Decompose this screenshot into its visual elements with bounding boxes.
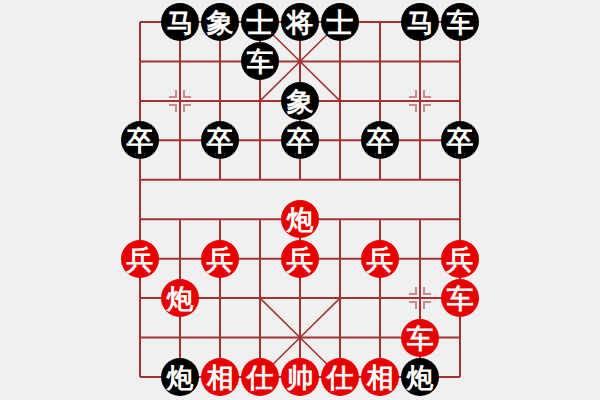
piece-black-soldier[interactable]: 卒 [441, 121, 479, 159]
xiangqi-board: 马象士将士马车车象卒卒卒卒卒炮兵兵兵兵兵炮车车炮相仕帅仕相炮 [0, 0, 600, 400]
piece-black-soldier[interactable]: 卒 [361, 121, 399, 159]
piece-red-soldier[interactable]: 兵 [441, 240, 479, 278]
point-marker [424, 302, 431, 309]
piece-black-soldier[interactable]: 卒 [281, 121, 319, 159]
point-marker [409, 302, 416, 309]
piece-black-horse[interactable]: 马 [401, 3, 439, 41]
piece-black-advisor[interactable]: 士 [321, 3, 359, 41]
piece-red-advisor[interactable]: 仕 [321, 358, 359, 396]
point-marker [169, 105, 176, 112]
piece-red-elephant[interactable]: 相 [361, 358, 399, 396]
piece-red-soldier[interactable]: 兵 [121, 240, 159, 278]
piece-black-elephant[interactable]: 象 [281, 82, 319, 120]
piece-black-horse[interactable]: 马 [161, 3, 199, 41]
point-marker [409, 90, 416, 97]
point-marker [424, 105, 431, 112]
piece-red-elephant[interactable]: 相 [201, 358, 239, 396]
piece-black-elephant[interactable]: 象 [201, 3, 239, 41]
point-marker [169, 90, 176, 97]
piece-black-soldier[interactable]: 卒 [121, 121, 159, 159]
piece-black-cannon[interactable]: 炮 [401, 358, 439, 396]
piece-red-soldier[interactable]: 兵 [361, 240, 399, 278]
piece-red-chariot[interactable]: 车 [401, 319, 439, 357]
piece-black-soldier[interactable]: 卒 [201, 121, 239, 159]
point-marker [409, 105, 416, 112]
piece-black-advisor[interactable]: 士 [241, 3, 279, 41]
piece-red-soldier[interactable]: 兵 [281, 240, 319, 278]
piece-red-cannon[interactable]: 炮 [281, 200, 319, 238]
piece-black-chariot[interactable]: 车 [241, 42, 279, 80]
piece-red-advisor[interactable]: 仕 [241, 358, 279, 396]
piece-black-general[interactable]: 将 [281, 3, 319, 41]
point-marker [184, 90, 191, 97]
piece-red-soldier[interactable]: 兵 [201, 240, 239, 278]
piece-red-chariot[interactable]: 车 [441, 279, 479, 317]
point-marker [409, 287, 416, 294]
piece-black-chariot[interactable]: 车 [441, 3, 479, 41]
point-marker [184, 105, 191, 112]
piece-red-general[interactable]: 帅 [281, 358, 319, 396]
point-marker [424, 287, 431, 294]
piece-black-cannon[interactable]: 炮 [161, 358, 199, 396]
piece-red-cannon[interactable]: 炮 [161, 279, 199, 317]
point-marker [424, 90, 431, 97]
